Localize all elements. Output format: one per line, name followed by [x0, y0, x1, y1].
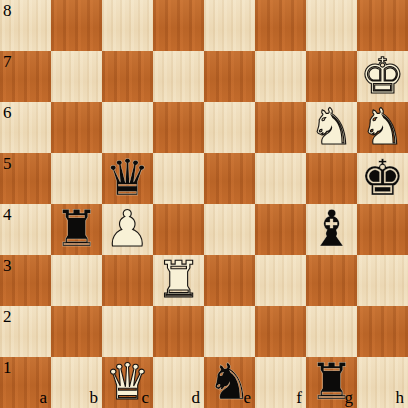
piece-black-queen[interactable]: ♛ [102, 153, 153, 204]
square-c4[interactable]: ♟ [102, 204, 153, 255]
square-e6[interactable] [204, 102, 255, 153]
square-a7[interactable]: 7 [0, 51, 51, 102]
piece-black-knight[interactable]: ♞ [204, 357, 255, 408]
piece-white-queen[interactable]: ♛ [102, 357, 153, 408]
square-e1[interactable]: e♞ [204, 357, 255, 408]
square-a3[interactable]: 3 [0, 255, 51, 306]
square-e4[interactable] [204, 204, 255, 255]
square-g3[interactable] [306, 255, 357, 306]
rank-label-6: 6 [3, 104, 12, 121]
square-d3[interactable]: ♜ [153, 255, 204, 306]
rank-label-1: 1 [3, 359, 12, 376]
square-a6[interactable]: 6 [0, 102, 51, 153]
piece-black-bishop[interactable]: ♝ [306, 204, 357, 255]
square-f3[interactable] [255, 255, 306, 306]
rank-label-7: 7 [3, 53, 12, 70]
square-c5[interactable]: ♛ [102, 153, 153, 204]
square-a4[interactable]: 4 [0, 204, 51, 255]
piece-white-king[interactable]: ♚ [357, 51, 408, 102]
rank-label-5: 5 [3, 155, 12, 172]
square-d5[interactable] [153, 153, 204, 204]
square-c1[interactable]: c♛ [102, 357, 153, 408]
file-label-h: h [396, 389, 405, 406]
file-label-a: a [39, 389, 47, 406]
square-g4[interactable]: ♝ [306, 204, 357, 255]
piece-white-pawn[interactable]: ♟ [102, 204, 153, 255]
square-h5[interactable]: ♚ [357, 153, 408, 204]
file-label-b: b [90, 389, 99, 406]
file-label-f: f [296, 389, 302, 406]
square-f8[interactable] [255, 0, 306, 51]
square-e7[interactable] [204, 51, 255, 102]
square-c2[interactable] [102, 306, 153, 357]
piece-black-king[interactable]: ♚ [357, 153, 408, 204]
square-a1[interactable]: 1a [0, 357, 51, 408]
square-g6[interactable]: ♞ [306, 102, 357, 153]
square-f6[interactable] [255, 102, 306, 153]
square-e8[interactable] [204, 0, 255, 51]
square-h1[interactable]: h [357, 357, 408, 408]
square-d7[interactable] [153, 51, 204, 102]
rank-label-2: 2 [3, 308, 12, 325]
file-label-d: d [192, 389, 201, 406]
square-h8[interactable] [357, 0, 408, 51]
square-c8[interactable] [102, 0, 153, 51]
piece-black-rook[interactable]: ♜ [306, 357, 357, 408]
square-g2[interactable] [306, 306, 357, 357]
square-c3[interactable] [102, 255, 153, 306]
square-b1[interactable]: b [51, 357, 102, 408]
square-a8[interactable]: 8 [0, 0, 51, 51]
square-d1[interactable]: d [153, 357, 204, 408]
square-b3[interactable] [51, 255, 102, 306]
square-f4[interactable] [255, 204, 306, 255]
square-h6[interactable]: ♞ [357, 102, 408, 153]
square-f5[interactable] [255, 153, 306, 204]
square-b5[interactable] [51, 153, 102, 204]
rank-label-8: 8 [3, 2, 12, 19]
square-f2[interactable] [255, 306, 306, 357]
square-b6[interactable] [51, 102, 102, 153]
square-c6[interactable] [102, 102, 153, 153]
square-a5[interactable]: 5 [0, 153, 51, 204]
square-d4[interactable] [153, 204, 204, 255]
chess-board: 87♚6♞♞5♛♚4♜♟♝3♜21abc♛de♞fg♜h [0, 0, 408, 408]
square-e2[interactable] [204, 306, 255, 357]
square-g8[interactable] [306, 0, 357, 51]
square-b7[interactable] [51, 51, 102, 102]
square-f1[interactable]: f [255, 357, 306, 408]
square-b4[interactable]: ♜ [51, 204, 102, 255]
square-g5[interactable] [306, 153, 357, 204]
piece-white-rook[interactable]: ♜ [153, 255, 204, 306]
square-e5[interactable] [204, 153, 255, 204]
square-f7[interactable] [255, 51, 306, 102]
square-b2[interactable] [51, 306, 102, 357]
square-b8[interactable] [51, 0, 102, 51]
square-g1[interactable]: g♜ [306, 357, 357, 408]
square-c7[interactable] [102, 51, 153, 102]
square-d2[interactable] [153, 306, 204, 357]
piece-white-knight[interactable]: ♞ [357, 102, 408, 153]
square-e3[interactable] [204, 255, 255, 306]
square-h3[interactable] [357, 255, 408, 306]
rank-label-4: 4 [3, 206, 12, 223]
square-d6[interactable] [153, 102, 204, 153]
piece-white-knight[interactable]: ♞ [306, 102, 357, 153]
square-h2[interactable] [357, 306, 408, 357]
piece-black-rook[interactable]: ♜ [51, 204, 102, 255]
rank-label-3: 3 [3, 257, 12, 274]
square-a2[interactable]: 2 [0, 306, 51, 357]
square-h4[interactable] [357, 204, 408, 255]
square-h7[interactable]: ♚ [357, 51, 408, 102]
square-g7[interactable] [306, 51, 357, 102]
square-d8[interactable] [153, 0, 204, 51]
